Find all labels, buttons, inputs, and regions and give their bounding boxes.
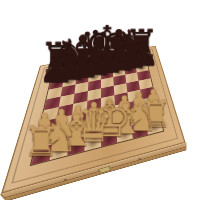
product-photo-scene: ♜♞♝♛♚♝♞♜♟♟♟♟♟♟♟♟♟♟♟♟♟♟♟♟♜♞♝♛♚♝♞♜ [0,0,200,200]
square-a1: ♜ [31,145,52,165]
white-rook-piece: ♜ [23,122,60,161]
chess-board: ♜♞♝♛♚♝♞♜♟♟♟♟♟♟♟♟♟♟♟♟♟♟♟♟♜♞♝♛♚♝♞♜ [1,46,186,194]
square-a6 [47,87,63,99]
black-pawn-piece: ♟ [38,50,74,88]
brass-clasp [98,166,111,174]
squares-grid: ♜♞♝♛♚♝♞♜♟♟♟♟♟♟♟♟♟♟♟♟♟♟♟♟♜♞♝♛♚♝♞♜ [30,55,165,166]
